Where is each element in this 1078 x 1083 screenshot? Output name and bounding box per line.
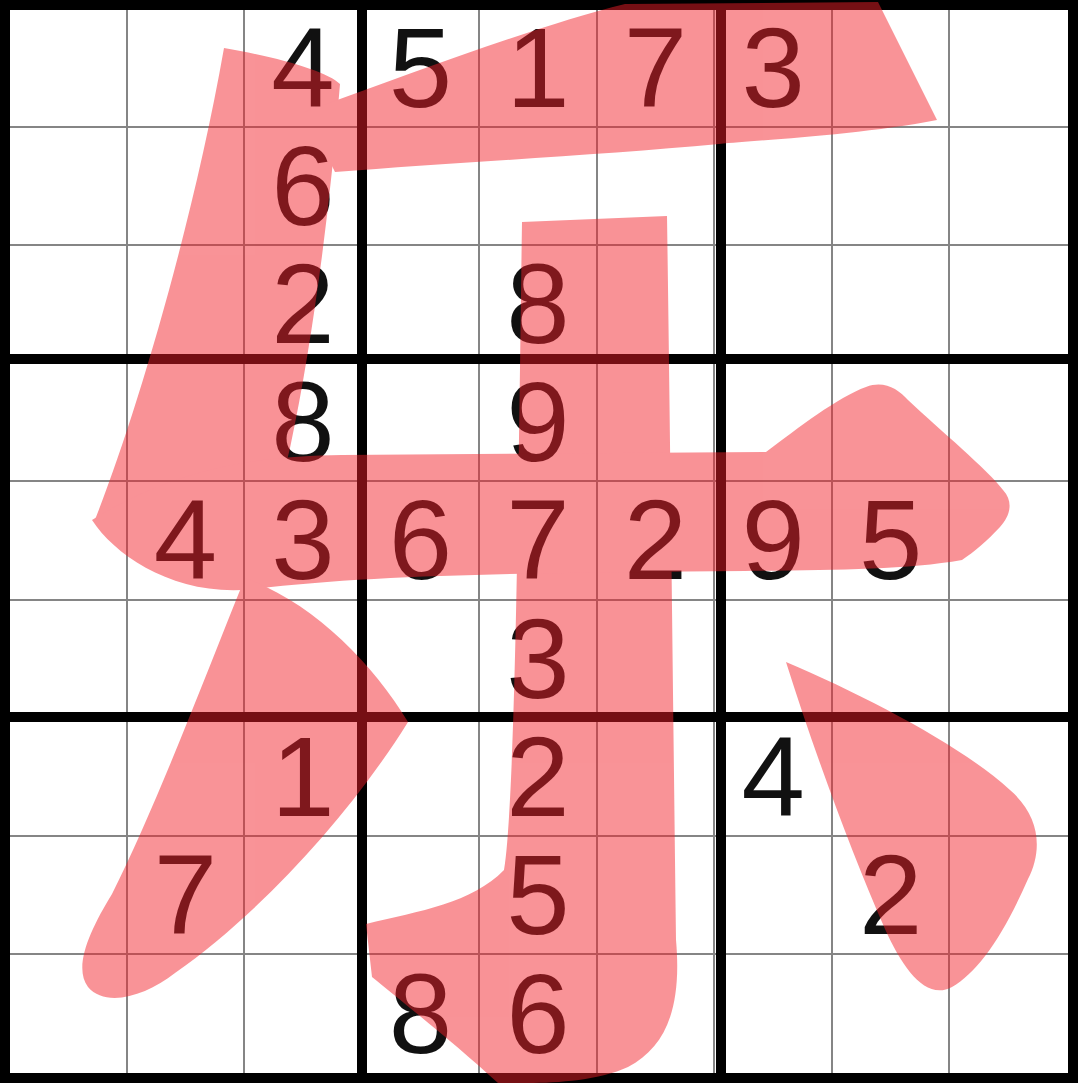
sudoku-board: 45173628894367295312475286	[0, 0, 1078, 1083]
cell-r9c9[interactable]	[950, 955, 1068, 1073]
cell-r5c4[interactable]: 6	[363, 482, 481, 600]
cell-r3c8[interactable]	[833, 246, 951, 364]
box-divider-vertical-1	[357, 0, 367, 1083]
cell-r8c1[interactable]	[10, 837, 128, 955]
cell-r7c7[interactable]: 4	[715, 719, 833, 837]
cell-r1c2[interactable]	[128, 10, 246, 128]
cell-r5c3[interactable]: 3	[245, 482, 363, 600]
cell-r9c6[interactable]	[598, 955, 716, 1073]
cell-r1c4[interactable]: 5	[363, 10, 481, 128]
cell-r8c2[interactable]: 7	[128, 837, 246, 955]
cell-r1c1[interactable]	[10, 10, 128, 128]
cell-r3c6[interactable]	[598, 246, 716, 364]
cell-r2c3[interactable]: 6	[245, 128, 363, 246]
cell-r6c2[interactable]	[128, 601, 246, 719]
cell-r5c2[interactable]: 4	[128, 482, 246, 600]
cell-r4c5[interactable]: 9	[480, 364, 598, 482]
cell-r9c2[interactable]	[128, 955, 246, 1073]
cell-r6c4[interactable]	[363, 601, 481, 719]
cell-r1c7[interactable]: 3	[715, 10, 833, 128]
cell-r3c1[interactable]	[10, 246, 128, 364]
cell-r6c6[interactable]	[598, 601, 716, 719]
cell-r8c4[interactable]	[363, 837, 481, 955]
cell-r6c7[interactable]	[715, 601, 833, 719]
cell-r9c4[interactable]: 8	[363, 955, 481, 1073]
cell-r9c1[interactable]	[10, 955, 128, 1073]
cell-r8c9[interactable]	[950, 837, 1068, 955]
cell-r9c8[interactable]	[833, 955, 951, 1073]
cell-r8c6[interactable]	[598, 837, 716, 955]
box-divider-horizontal-1	[0, 354, 1078, 364]
cell-r7c5[interactable]: 2	[480, 719, 598, 837]
box-divider-vertical-2	[716, 0, 726, 1083]
cell-r5c7[interactable]: 9	[715, 482, 833, 600]
cell-r7c4[interactable]	[363, 719, 481, 837]
cell-r6c9[interactable]	[950, 601, 1068, 719]
cell-r8c3[interactable]	[245, 837, 363, 955]
cell-r1c3[interactable]: 4	[245, 10, 363, 128]
cell-r5c1[interactable]	[10, 482, 128, 600]
cell-r7c1[interactable]	[10, 719, 128, 837]
cell-r4c1[interactable]	[10, 364, 128, 482]
box-divider-horizontal-2	[0, 712, 1078, 722]
cell-r5c9[interactable]	[950, 482, 1068, 600]
cell-r4c4[interactable]	[363, 364, 481, 482]
cell-r3c4[interactable]	[363, 246, 481, 364]
cell-r5c5[interactable]: 7	[480, 482, 598, 600]
cell-r2c4[interactable]	[363, 128, 481, 246]
cell-r3c9[interactable]	[950, 246, 1068, 364]
cell-r6c1[interactable]	[10, 601, 128, 719]
cell-r3c2[interactable]	[128, 246, 246, 364]
cell-r1c6[interactable]: 7	[598, 10, 716, 128]
cell-r8c7[interactable]	[715, 837, 833, 955]
cell-r4c2[interactable]	[128, 364, 246, 482]
cell-r1c5[interactable]: 1	[480, 10, 598, 128]
cell-r2c8[interactable]	[833, 128, 951, 246]
cell-r5c8[interactable]: 5	[833, 482, 951, 600]
cell-r9c7[interactable]	[715, 955, 833, 1073]
cell-r2c1[interactable]	[10, 128, 128, 246]
cell-r9c3[interactable]	[245, 955, 363, 1073]
cell-r6c8[interactable]	[833, 601, 951, 719]
cell-r7c6[interactable]	[598, 719, 716, 837]
cell-r2c7[interactable]	[715, 128, 833, 246]
cell-r3c3[interactable]: 2	[245, 246, 363, 364]
cell-r2c9[interactable]	[950, 128, 1068, 246]
cell-r7c9[interactable]	[950, 719, 1068, 837]
cell-r8c5[interactable]: 5	[480, 837, 598, 955]
cell-r3c7[interactable]	[715, 246, 833, 364]
cell-r4c3[interactable]: 8	[245, 364, 363, 482]
cell-r8c8[interactable]: 2	[833, 837, 951, 955]
cell-r4c7[interactable]	[715, 364, 833, 482]
cell-r6c5[interactable]: 3	[480, 601, 598, 719]
sudoku-grid: 45173628894367295312475286	[0, 0, 1078, 1083]
cell-r9c5[interactable]: 6	[480, 955, 598, 1073]
cell-r4c6[interactable]	[598, 364, 716, 482]
cell-r2c2[interactable]	[128, 128, 246, 246]
cell-r6c3[interactable]	[245, 601, 363, 719]
cell-r4c9[interactable]	[950, 364, 1068, 482]
cell-r1c8[interactable]	[833, 10, 951, 128]
cell-r7c3[interactable]: 1	[245, 719, 363, 837]
cell-r7c8[interactable]	[833, 719, 951, 837]
cell-r3c5[interactable]: 8	[480, 246, 598, 364]
cell-r4c8[interactable]	[833, 364, 951, 482]
cell-r2c5[interactable]	[480, 128, 598, 246]
cell-r1c9[interactable]	[950, 10, 1068, 128]
cell-r5c6[interactable]: 2	[598, 482, 716, 600]
cell-r2c6[interactable]	[598, 128, 716, 246]
cell-r7c2[interactable]	[128, 719, 246, 837]
